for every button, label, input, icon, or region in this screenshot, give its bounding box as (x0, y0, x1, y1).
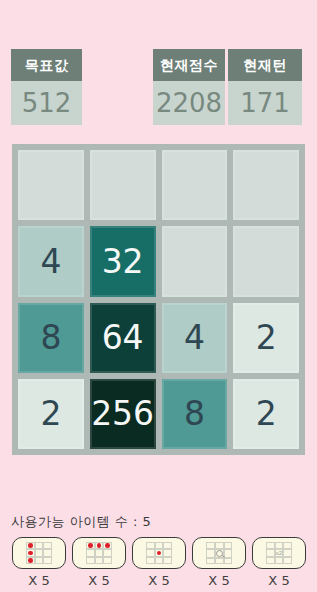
tile-2: 2 (233, 379, 299, 449)
stat-turn-label: 현재턴 (228, 49, 302, 81)
item-button-3[interactable] (132, 537, 186, 569)
item-count-label: X 5 (148, 573, 169, 588)
game-board[interactable]: 43286442225682 (12, 144, 305, 455)
tile-4: 4 (162, 303, 228, 373)
tile-64: 64 (90, 303, 156, 373)
red-dot-icon (28, 558, 33, 563)
magnifier-grid-icon (206, 542, 232, 564)
red-dot-icon (97, 543, 102, 548)
empty-cell (162, 150, 228, 220)
red-dot-icon (105, 543, 110, 548)
tile-2: 2 (233, 303, 299, 373)
item-3: X 5 (132, 537, 186, 588)
empty-cell (90, 150, 156, 220)
stat-turn-value: 171 (228, 81, 302, 125)
stat-score: 현재점수 2208 (153, 49, 225, 125)
stat-target: 목표값 512 (11, 49, 82, 125)
red-dot-icon (28, 551, 33, 556)
glyph-icon: x2 (276, 550, 282, 556)
items-available-label: 사용가능 아이템 수 : 5 (11, 513, 151, 531)
item-5: x2X 5 (252, 537, 306, 588)
tile-4: 4 (18, 226, 84, 296)
remove-column-dots-icon (26, 542, 52, 564)
item-button-5[interactable]: x2 (252, 537, 306, 569)
items-row: X 5X 5X 5X 5x2X 5 (12, 537, 306, 588)
stat-target-label: 목표값 (11, 49, 82, 81)
tile-2: 2 (18, 379, 84, 449)
item-button-2[interactable] (72, 537, 126, 569)
app-screen: 목표값 512 현재점수 2208 현재턴 171 43286442225682… (0, 0, 317, 592)
tile-256: 256 (90, 379, 156, 449)
red-dot-icon (157, 551, 162, 556)
stat-turn: 현재턴 171 (228, 49, 302, 125)
remove-row-dots-icon (86, 542, 112, 564)
remove-tile-dot-icon (146, 542, 172, 564)
tile-8: 8 (18, 303, 84, 373)
empty-cell (162, 226, 228, 296)
stat-target-value: 512 (11, 81, 82, 125)
item-count-label: X 5 (268, 573, 289, 588)
red-dot-icon (28, 543, 33, 548)
stat-score-label: 현재점수 (153, 49, 225, 81)
empty-cell (233, 150, 299, 220)
item-count-label: X 5 (28, 573, 49, 588)
empty-cell (18, 150, 84, 220)
magnifier-icon (216, 550, 223, 557)
item-count-label: X 5 (88, 573, 109, 588)
tile-8: 8 (162, 379, 228, 449)
item-4: X 5 (192, 537, 246, 588)
item-1: X 5 (12, 537, 66, 588)
item-2: X 5 (72, 537, 126, 588)
item-button-4[interactable] (192, 537, 246, 569)
stat-score-value: 2208 (153, 81, 225, 125)
tile-32: 32 (90, 226, 156, 296)
red-dot-icon (88, 543, 93, 548)
empty-cell (233, 226, 299, 296)
item-count-label: X 5 (208, 573, 229, 588)
item-button-1[interactable] (12, 537, 66, 569)
x2-grid-icon: x2 (266, 542, 292, 564)
